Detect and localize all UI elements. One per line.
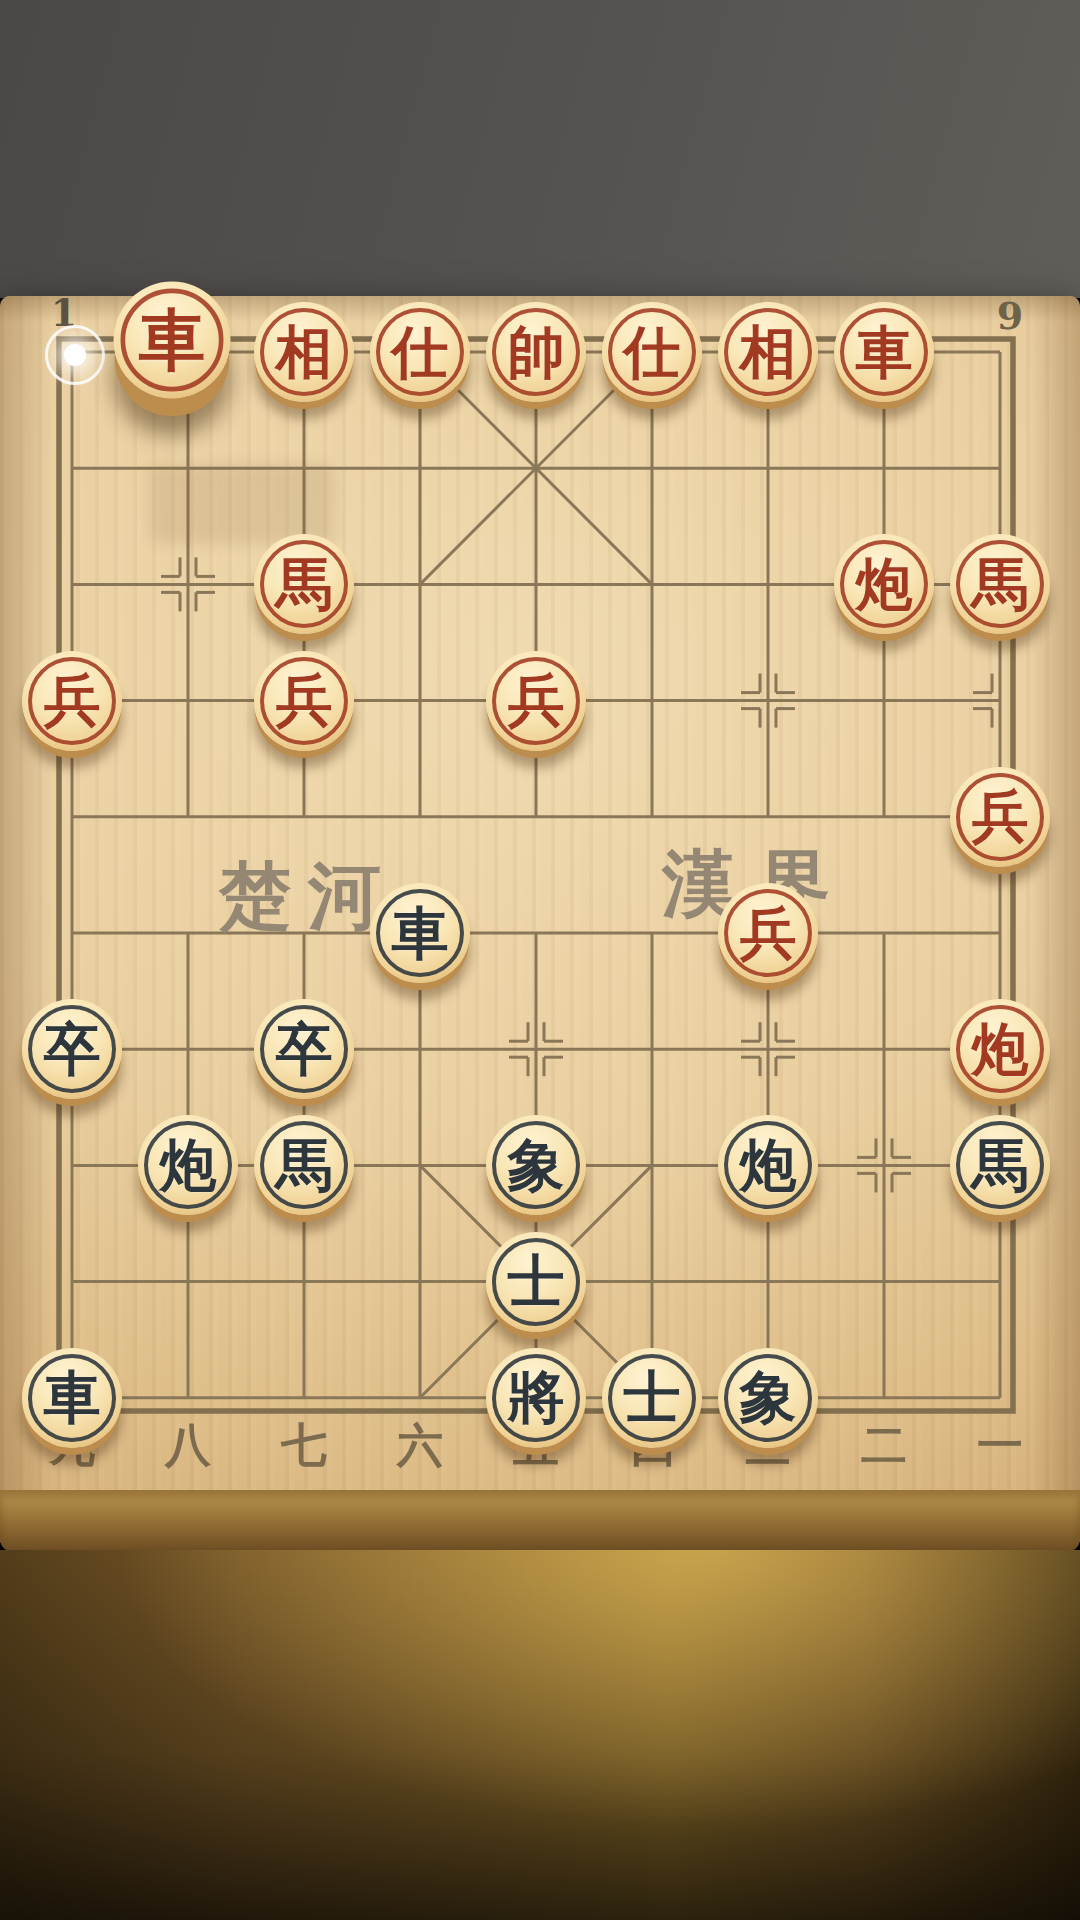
piece-red-horse[interactable]: 馬 xyxy=(254,534,354,634)
piece-glyph: 車 xyxy=(834,302,934,402)
piece-black-chariot[interactable]: 車 xyxy=(22,1348,122,1448)
game-screen: 楚河 漢界 1 9 九八七六五四三二一 車相仕帥仕相車馬炮馬兵兵兵兵兵炮車卒卒炮… xyxy=(0,0,1080,1920)
piece-red-chariot[interactable]: 車 xyxy=(834,302,934,402)
piece-glyph: 車 xyxy=(114,282,231,399)
piece-glyph: 炮 xyxy=(834,534,934,634)
piece-glyph: 士 xyxy=(602,1348,702,1448)
piece-glyph: 仕 xyxy=(370,302,470,402)
piece-glyph: 馬 xyxy=(950,1115,1050,1215)
piece-glyph: 炮 xyxy=(718,1115,818,1215)
piece-red-elephant[interactable]: 相 xyxy=(718,302,818,402)
piece-red-soldier[interactable]: 兵 xyxy=(22,651,122,751)
piece-glyph: 卒 xyxy=(22,999,122,1099)
bottom-background-band xyxy=(0,1550,1080,1920)
piece-glyph: 兵 xyxy=(718,883,818,983)
piece-red-chariot[interactable]: 車 xyxy=(114,282,231,399)
board-intersections[interactable]: 車相仕帥仕相車馬炮馬兵兵兵兵兵炮車卒卒炮馬象炮馬士車將士象 xyxy=(14,294,1058,1456)
piece-glyph: 馬 xyxy=(254,534,354,634)
piece-red-general[interactable]: 帥 xyxy=(486,302,586,402)
piece-glyph: 馬 xyxy=(254,1115,354,1215)
piece-glyph: 象 xyxy=(718,1348,818,1448)
piece-black-advisor[interactable]: 士 xyxy=(602,1348,702,1448)
piece-glyph: 相 xyxy=(254,302,354,402)
xiangqi-board-panel[interactable]: 楚河 漢界 1 9 九八七六五四三二一 車相仕帥仕相車馬炮馬兵兵兵兵兵炮車卒卒炮… xyxy=(0,296,1080,1552)
piece-red-soldier[interactable]: 兵 xyxy=(486,651,586,751)
piece-black-horse[interactable]: 馬 xyxy=(254,1115,354,1215)
piece-red-soldier[interactable]: 兵 xyxy=(950,767,1050,867)
piece-glyph: 炮 xyxy=(950,999,1050,1099)
piece-glyph: 象 xyxy=(486,1115,586,1215)
piece-glyph: 士 xyxy=(486,1232,586,1332)
piece-black-soldier[interactable]: 卒 xyxy=(22,999,122,1099)
piece-black-elephant[interactable]: 象 xyxy=(718,1348,818,1448)
piece-red-elephant[interactable]: 相 xyxy=(254,302,354,402)
piece-glyph: 兵 xyxy=(486,651,586,751)
piece-glyph: 馬 xyxy=(950,534,1050,634)
piece-black-cannon[interactable]: 炮 xyxy=(138,1115,238,1215)
piece-glyph: 卒 xyxy=(254,999,354,1099)
piece-black-soldier[interactable]: 卒 xyxy=(254,999,354,1099)
piece-glyph: 仕 xyxy=(602,302,702,402)
piece-red-cannon[interactable]: 炮 xyxy=(950,999,1050,1099)
piece-glyph: 帥 xyxy=(486,302,586,402)
top-background-band xyxy=(0,0,1080,298)
piece-red-advisor[interactable]: 仕 xyxy=(602,302,702,402)
piece-glyph: 車 xyxy=(22,1348,122,1448)
piece-red-advisor[interactable]: 仕 xyxy=(370,302,470,402)
piece-red-soldier[interactable]: 兵 xyxy=(718,883,818,983)
piece-black-general[interactable]: 將 xyxy=(486,1348,586,1448)
piece-glyph: 兵 xyxy=(254,651,354,751)
piece-glyph: 將 xyxy=(486,1348,586,1448)
piece-red-horse[interactable]: 馬 xyxy=(950,534,1050,634)
piece-black-chariot[interactable]: 車 xyxy=(370,883,470,983)
piece-glyph: 兵 xyxy=(950,767,1050,867)
piece-glyph: 炮 xyxy=(138,1115,238,1215)
piece-black-elephant[interactable]: 象 xyxy=(486,1115,586,1215)
piece-glyph: 相 xyxy=(718,302,818,402)
piece-red-soldier[interactable]: 兵 xyxy=(254,651,354,751)
piece-black-advisor[interactable]: 士 xyxy=(486,1232,586,1332)
piece-glyph: 車 xyxy=(370,883,470,983)
piece-black-cannon[interactable]: 炮 xyxy=(718,1115,818,1215)
piece-black-horse[interactable]: 馬 xyxy=(950,1115,1050,1215)
piece-glyph: 兵 xyxy=(22,651,122,751)
piece-red-cannon[interactable]: 炮 xyxy=(834,534,934,634)
